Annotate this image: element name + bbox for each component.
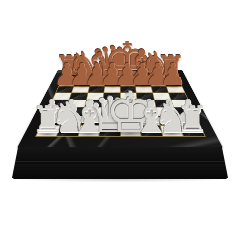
pieces-layer: ♜♞♝♛♚♝♞♜♟♟♟♟♟♟♟♟♟♟♟♟♟♟♟♟♜♞♝♛♚♝♞♜ [0,0,240,240]
box-front-face [12,147,228,179]
piece-black-pawn-h7[interactable]: ♟ [160,60,187,90]
board-shadow [18,177,222,182]
box-lid-seam [16,161,223,164]
piece-white-rook-h1[interactable]: ♜ [176,101,209,138]
chess-set-scene: ♜♞♝♛♚♝♞♜♟♟♟♟♟♟♟♟♟♟♟♟♟♟♟♟♜♞♝♛♚♝♞♜ [0,0,240,240]
